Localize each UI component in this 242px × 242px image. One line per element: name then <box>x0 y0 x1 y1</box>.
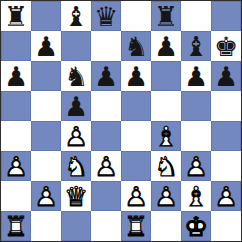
square-c6[interactable]: ♞ <box>61 61 91 91</box>
square-d5[interactable] <box>91 91 121 121</box>
square-f8[interactable]: ♜ <box>151 1 181 31</box>
square-a4[interactable] <box>1 121 31 151</box>
square-c4[interactable]: ♟♙ <box>61 121 91 151</box>
square-e2[interactable]: ♟♙ <box>121 181 151 211</box>
square-d6[interactable]: ♟ <box>91 61 121 91</box>
square-f1[interactable] <box>151 211 181 241</box>
white-pawn-outline-icon: ♙ <box>94 153 118 180</box>
black-pawn-piece: ♟ <box>124 63 148 90</box>
black-queen-piece: ♛ <box>94 3 118 30</box>
square-f7[interactable]: ♟ <box>151 31 181 61</box>
white-pawn-outline-icon: ♙ <box>184 153 208 180</box>
white-pawn-outline-icon: ♙ <box>64 123 88 150</box>
black-rook-piece: ♜ <box>154 3 178 30</box>
square-g4[interactable] <box>181 121 211 151</box>
square-h6[interactable]: ♟ <box>211 61 241 91</box>
white-pawn-piece: ♟ <box>214 183 238 210</box>
black-pawn-piece: ♟ <box>154 33 178 60</box>
square-c8[interactable]: ♝ <box>61 1 91 31</box>
white-knight-outline-icon: ♘ <box>154 153 178 180</box>
square-b8[interactable] <box>31 1 61 31</box>
black-pawn-piece: ♟ <box>184 63 208 90</box>
square-e6[interactable]: ♟ <box>121 61 151 91</box>
square-g7[interactable]: ♝ <box>181 31 211 61</box>
white-pawn-outline-icon: ♙ <box>214 183 238 210</box>
square-f5[interactable] <box>151 91 181 121</box>
white-rook-piece: ♜ <box>4 213 28 240</box>
white-king-outline-icon: ♔ <box>184 213 208 240</box>
chess-board: ♜♝♛♜♟♞♟♝♚♟♞♟♟♟♟♟♟♙♝♗♟♙♞♘♟♙♞♘♟♙♟♙♛♕♟♙♟♙♝♗… <box>0 0 242 242</box>
white-pawn-piece: ♟ <box>64 123 88 150</box>
black-pawn-piece: ♟ <box>214 63 238 90</box>
square-b4[interactable] <box>31 121 61 151</box>
square-f2[interactable]: ♟♙ <box>151 181 181 211</box>
white-rook-outline-icon: ♖ <box>4 213 28 240</box>
square-c7[interactable] <box>61 31 91 61</box>
square-b6[interactable] <box>31 61 61 91</box>
square-h8[interactable] <box>211 1 241 31</box>
white-pawn-outline-icon: ♙ <box>124 183 148 210</box>
black-king-piece: ♚ <box>214 33 238 60</box>
black-pawn-piece: ♟ <box>94 63 118 90</box>
white-knight-outline-icon: ♘ <box>64 153 88 180</box>
white-pawn-outline-icon: ♙ <box>154 183 178 210</box>
white-pawn-piece: ♟ <box>154 183 178 210</box>
square-h3[interactable] <box>211 151 241 181</box>
white-knight-piece: ♞ <box>154 153 178 180</box>
square-f4[interactable]: ♝♗ <box>151 121 181 151</box>
square-b2[interactable]: ♟♙ <box>31 181 61 211</box>
white-pawn-outline-icon: ♙ <box>4 153 28 180</box>
black-bishop-piece: ♝ <box>64 3 88 30</box>
square-b1[interactable] <box>31 211 61 241</box>
square-g5[interactable] <box>181 91 211 121</box>
square-e4[interactable] <box>121 121 151 151</box>
square-g2[interactable]: ♝♗ <box>181 181 211 211</box>
square-c3[interactable]: ♞♘ <box>61 151 91 181</box>
white-bishop-outline-icon: ♗ <box>154 123 178 150</box>
square-f6[interactable] <box>151 61 181 91</box>
black-pawn-piece: ♟ <box>4 63 28 90</box>
square-a6[interactable]: ♟ <box>1 61 31 91</box>
square-b5[interactable] <box>31 91 61 121</box>
square-b3[interactable] <box>31 151 61 181</box>
square-g6[interactable]: ♟ <box>181 61 211 91</box>
square-e7[interactable]: ♞ <box>121 31 151 61</box>
square-a1[interactable]: ♜♖ <box>1 211 31 241</box>
square-a7[interactable] <box>1 31 31 61</box>
square-h1[interactable] <box>211 211 241 241</box>
square-d3[interactable]: ♟♙ <box>91 151 121 181</box>
white-rook-piece: ♜ <box>124 213 148 240</box>
square-b7[interactable]: ♟ <box>31 31 61 61</box>
square-h2[interactable]: ♟♙ <box>211 181 241 211</box>
square-e1[interactable]: ♜♖ <box>121 211 151 241</box>
square-e8[interactable] <box>121 1 151 31</box>
square-c5[interactable]: ♟ <box>61 91 91 121</box>
square-h5[interactable] <box>211 91 241 121</box>
white-pawn-piece: ♟ <box>124 183 148 210</box>
square-g3[interactable]: ♟♙ <box>181 151 211 181</box>
white-knight-piece: ♞ <box>64 153 88 180</box>
square-f3[interactable]: ♞♘ <box>151 151 181 181</box>
white-bishop-piece: ♝ <box>154 123 178 150</box>
square-d4[interactable] <box>91 121 121 151</box>
square-e5[interactable] <box>121 91 151 121</box>
black-rook-piece: ♜ <box>4 3 28 30</box>
square-a8[interactable]: ♜ <box>1 1 31 31</box>
square-d8[interactable]: ♛ <box>91 1 121 31</box>
square-c2[interactable]: ♛♕ <box>61 181 91 211</box>
white-rook-outline-icon: ♖ <box>124 213 148 240</box>
square-a3[interactable]: ♟♙ <box>1 151 31 181</box>
square-d2[interactable] <box>91 181 121 211</box>
white-pawn-piece: ♟ <box>184 153 208 180</box>
black-pawn-piece: ♟ <box>34 33 58 60</box>
square-c1[interactable] <box>61 211 91 241</box>
black-bishop-piece: ♝ <box>184 33 208 60</box>
white-king-piece: ♚ <box>184 213 208 240</box>
white-queen-piece: ♛ <box>64 183 88 210</box>
square-h7[interactable]: ♚ <box>211 31 241 61</box>
square-g8[interactable] <box>181 1 211 31</box>
black-pawn-piece: ♟ <box>64 93 88 120</box>
black-knight-piece: ♞ <box>124 33 148 60</box>
square-e3[interactable] <box>121 151 151 181</box>
square-a5[interactable] <box>1 91 31 121</box>
white-pawn-piece: ♟ <box>34 183 58 210</box>
white-pawn-piece: ♟ <box>4 153 28 180</box>
square-d1[interactable] <box>91 211 121 241</box>
square-h4[interactable] <box>211 121 241 151</box>
white-bishop-piece: ♝ <box>184 183 208 210</box>
square-a2[interactable] <box>1 181 31 211</box>
white-queen-outline-icon: ♕ <box>64 183 88 210</box>
square-g1[interactable]: ♚♔ <box>181 211 211 241</box>
square-d7[interactable] <box>91 31 121 61</box>
white-bishop-outline-icon: ♗ <box>184 183 208 210</box>
white-pawn-piece: ♟ <box>94 153 118 180</box>
black-knight-piece: ♞ <box>64 63 88 90</box>
white-pawn-outline-icon: ♙ <box>34 183 58 210</box>
